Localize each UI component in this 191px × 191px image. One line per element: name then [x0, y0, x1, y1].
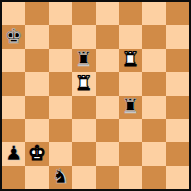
square-d8[interactable]	[72, 2, 95, 25]
square-g5[interactable]	[142, 72, 165, 95]
square-b6[interactable]	[25, 49, 48, 72]
square-h4[interactable]	[166, 96, 189, 119]
square-a3[interactable]	[2, 119, 25, 142]
square-g8[interactable]	[142, 2, 165, 25]
square-e1[interactable]	[96, 166, 119, 189]
square-f4[interactable]: ♜	[119, 96, 142, 119]
square-f2[interactable]	[119, 142, 142, 165]
square-d4[interactable]	[72, 96, 95, 119]
square-d1[interactable]	[72, 166, 95, 189]
square-c1[interactable]: ♞	[49, 166, 72, 189]
square-a1[interactable]	[2, 166, 25, 189]
square-b1[interactable]	[25, 166, 48, 189]
square-d7[interactable]	[72, 25, 95, 48]
square-e2[interactable]	[96, 142, 119, 165]
square-h1[interactable]	[166, 166, 189, 189]
white-rook[interactable]: ♜	[75, 73, 93, 93]
square-h7[interactable]	[166, 25, 189, 48]
square-f6[interactable]: ♜	[119, 49, 142, 72]
square-g7[interactable]	[142, 25, 165, 48]
black-king[interactable]: ♚	[5, 26, 23, 46]
black-knight[interactable]: ♞	[51, 166, 69, 186]
square-c4[interactable]	[49, 96, 72, 119]
square-e5[interactable]	[96, 72, 119, 95]
square-h3[interactable]	[166, 119, 189, 142]
square-d6[interactable]: ♜	[72, 49, 95, 72]
square-e3[interactable]	[96, 119, 119, 142]
square-f8[interactable]	[119, 2, 142, 25]
white-rook[interactable]: ♜	[122, 49, 140, 69]
square-b8[interactable]	[25, 2, 48, 25]
square-e4[interactable]	[96, 96, 119, 119]
square-d5[interactable]: ♜	[72, 72, 95, 95]
black-rook[interactable]: ♜	[75, 49, 93, 69]
square-h5[interactable]	[166, 72, 189, 95]
square-c2[interactable]	[49, 142, 72, 165]
white-king[interactable]: ♚	[28, 143, 46, 163]
square-a7[interactable]: ♚	[2, 25, 25, 48]
square-c7[interactable]	[49, 25, 72, 48]
square-h2[interactable]	[166, 142, 189, 165]
square-f5[interactable]	[119, 72, 142, 95]
square-f3[interactable]	[119, 119, 142, 142]
square-a6[interactable]	[2, 49, 25, 72]
square-c3[interactable]	[49, 119, 72, 142]
square-c8[interactable]	[49, 2, 72, 25]
square-a2[interactable]: ♟	[2, 142, 25, 165]
black-pawn[interactable]: ♟	[5, 143, 23, 163]
square-f7[interactable]	[119, 25, 142, 48]
square-h8[interactable]	[166, 2, 189, 25]
square-b4[interactable]	[25, 96, 48, 119]
square-b2[interactable]: ♚	[25, 142, 48, 165]
square-g4[interactable]	[142, 96, 165, 119]
square-a4[interactable]	[2, 96, 25, 119]
square-g3[interactable]	[142, 119, 165, 142]
square-a5[interactable]	[2, 72, 25, 95]
chess-board-wrapper: ♚♜♜♜♜♟♚♞	[0, 0, 191, 191]
black-rook[interactable]: ♜	[122, 96, 140, 116]
square-h6[interactable]	[166, 49, 189, 72]
square-a8[interactable]	[2, 2, 25, 25]
square-b5[interactable]	[25, 72, 48, 95]
square-d3[interactable]	[72, 119, 95, 142]
square-c5[interactable]	[49, 72, 72, 95]
square-b3[interactable]	[25, 119, 48, 142]
square-f1[interactable]	[119, 166, 142, 189]
square-g6[interactable]	[142, 49, 165, 72]
square-g2[interactable]	[142, 142, 165, 165]
square-g1[interactable]	[142, 166, 165, 189]
chess-board: ♚♜♜♜♜♟♚♞	[0, 0, 191, 191]
square-e7[interactable]	[96, 25, 119, 48]
square-c6[interactable]	[49, 49, 72, 72]
square-e6[interactable]	[96, 49, 119, 72]
square-b7[interactable]	[25, 25, 48, 48]
square-d2[interactable]	[72, 142, 95, 165]
square-e8[interactable]	[96, 2, 119, 25]
